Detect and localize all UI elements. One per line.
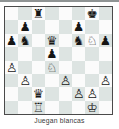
square-d1 [45, 101, 58, 114]
square-f2: ♙ [72, 87, 85, 100]
square-g3 [85, 74, 98, 87]
square-f7: ♟ [72, 20, 85, 33]
piece-black-pawn: ♟ [46, 47, 57, 60]
square-b8 [18, 7, 31, 20]
square-d7 [45, 20, 58, 33]
square-g8: ♚ [85, 7, 98, 20]
piece-white-king: ♔ [86, 101, 97, 114]
piece-black-rook: ♜ [33, 7, 44, 20]
square-a3 [5, 74, 18, 87]
top-rule-line [0, 0, 119, 2]
piece-black-pawn: ♟ [19, 20, 30, 33]
square-h2 [99, 87, 112, 100]
square-a2 [5, 87, 18, 100]
piece-black-knight: ♞ [73, 34, 84, 47]
square-c4 [32, 61, 45, 74]
square-h6: ♟ [99, 34, 112, 47]
square-b2 [18, 87, 31, 100]
piece-white-rook: ♖ [33, 101, 44, 114]
square-d6: ♛ [45, 34, 58, 47]
square-c5 [32, 47, 45, 60]
square-g1: ♔ [85, 101, 98, 114]
square-e1 [59, 101, 72, 114]
square-a6: ♟ [5, 34, 18, 47]
square-d3 [45, 74, 58, 87]
square-b6: ♞ [18, 34, 31, 47]
square-b5 [18, 47, 31, 60]
diagram-caption: Juegan blancas [0, 117, 119, 124]
square-d5: ♟ [45, 47, 58, 60]
square-g7 [85, 20, 98, 33]
square-d2 [45, 87, 58, 100]
piece-white-pawn: ♙ [19, 74, 30, 87]
piece-white-pawn: ♙ [73, 87, 84, 100]
square-a7 [5, 20, 18, 33]
square-g6: ♘ [85, 34, 98, 47]
square-b7: ♟ [18, 20, 31, 33]
square-h1 [99, 101, 112, 114]
chess-diagram: ♜♚♟♟♟♞♛♞♘♟♟♙♘♙♙♙♛♙♙♖♔ [4, 6, 113, 115]
piece-black-pawn: ♟ [73, 20, 84, 33]
square-h8 [99, 7, 112, 20]
piece-white-pawn: ♙ [100, 74, 111, 87]
square-c8: ♜ [32, 7, 45, 20]
piece-black-king: ♚ [86, 7, 97, 20]
square-e3: ♙ [59, 74, 72, 87]
square-c7 [32, 20, 45, 33]
square-e6 [59, 34, 72, 47]
square-d8 [45, 7, 58, 20]
piece-white-knight: ♘ [86, 34, 97, 47]
square-c2: ♛ [32, 87, 45, 100]
piece-white-knight: ♘ [46, 61, 57, 74]
square-g2: ♙ [85, 87, 98, 100]
square-e7 [59, 20, 72, 33]
square-e2 [59, 87, 72, 100]
piece-black-pawn: ♟ [6, 34, 17, 47]
chess-board: ♜♚♟♟♟♞♛♞♘♟♟♙♘♙♙♙♛♙♙♖♔ [4, 6, 113, 115]
square-a8 [5, 7, 18, 20]
square-c3 [32, 74, 45, 87]
piece-black-knight: ♞ [19, 34, 30, 47]
square-a1 [5, 101, 18, 114]
square-h5 [99, 47, 112, 60]
square-g5 [85, 47, 98, 60]
square-f8 [72, 7, 85, 20]
square-f5 [72, 47, 85, 60]
square-h3: ♙ [99, 74, 112, 87]
square-e8 [59, 7, 72, 20]
square-h4 [99, 61, 112, 74]
square-b4 [18, 61, 31, 74]
piece-white-pawn: ♙ [60, 74, 71, 87]
square-a5 [5, 47, 18, 60]
piece-black-queen: ♛ [46, 34, 57, 47]
square-f4 [72, 61, 85, 74]
square-f3 [72, 74, 85, 87]
square-a4: ♙ [5, 61, 18, 74]
square-f1 [72, 101, 85, 114]
piece-black-pawn: ♟ [100, 34, 111, 47]
piece-white-pawn: ♙ [6, 61, 17, 74]
square-c6 [32, 34, 45, 47]
square-d4: ♘ [45, 61, 58, 74]
square-b1 [18, 101, 31, 114]
square-e5 [59, 47, 72, 60]
square-h7 [99, 20, 112, 33]
square-b3: ♙ [18, 74, 31, 87]
square-f6: ♞ [72, 34, 85, 47]
square-g4 [85, 61, 98, 74]
square-c1: ♖ [32, 101, 45, 114]
piece-white-pawn: ♙ [86, 87, 97, 100]
square-e4 [59, 61, 72, 74]
piece-black-queen: ♛ [33, 87, 44, 100]
